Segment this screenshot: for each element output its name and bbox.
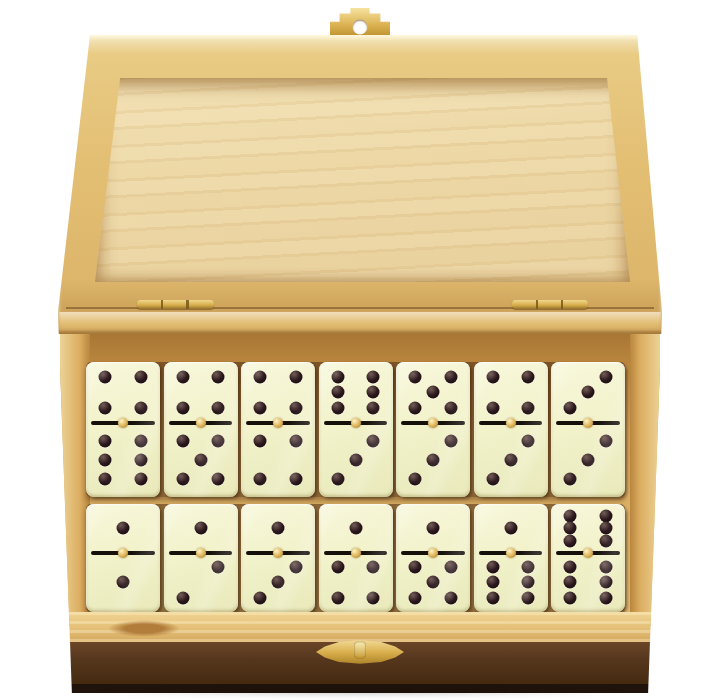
pip-icon (212, 473, 225, 486)
pip-icon (331, 560, 344, 573)
brass-spinner-icon (196, 418, 206, 428)
domino-tile-3-3[interactable] (551, 362, 625, 497)
brass-spinner-icon (428, 548, 438, 558)
domino-tile-1-6[interactable] (474, 504, 548, 612)
brass-spinner-icon (273, 418, 283, 428)
pip-icon (564, 591, 577, 604)
domino-half-4 (319, 553, 393, 612)
pip-icon (522, 434, 535, 447)
pip-icon (134, 402, 147, 415)
pip-icon (564, 509, 577, 522)
pip-icon (331, 402, 344, 415)
pip-icon (367, 370, 380, 383)
domino-half-3 (241, 553, 315, 612)
pip-icon (134, 473, 147, 486)
domino-tile-6-6[interactable] (551, 504, 625, 612)
pip-icon (349, 522, 362, 535)
domino-half-6 (551, 504, 625, 553)
pip-icon (564, 560, 577, 573)
domino-tile-4-3[interactable] (474, 362, 548, 497)
brass-spinner-icon (351, 548, 361, 558)
pip-icon (272, 576, 285, 589)
pip-icon (331, 591, 344, 604)
pip-icon (212, 370, 225, 383)
pip-icon (194, 453, 207, 466)
domino-tile-6-3[interactable] (319, 362, 393, 497)
domino-half-6 (319, 362, 393, 423)
domino-half-3 (551, 423, 625, 497)
pip-icon (582, 386, 595, 399)
pip-icon (427, 386, 440, 399)
pip-icon (564, 402, 577, 415)
brass-spinner-icon (196, 548, 206, 558)
brass-spinner-icon (428, 418, 438, 428)
domino-row-1 (86, 362, 625, 497)
brass-spinner-icon (351, 418, 361, 428)
pip-icon (99, 453, 112, 466)
domino-half-2 (164, 553, 238, 612)
pip-icon (486, 402, 499, 415)
pip-icon (486, 591, 499, 604)
pip-icon (367, 386, 380, 399)
pip-icon (176, 402, 189, 415)
pip-icon (427, 522, 440, 535)
pip-icon (522, 560, 535, 573)
pip-icon (289, 402, 302, 415)
domino-tile-4-6[interactable] (86, 362, 160, 497)
domino-half-4 (164, 362, 238, 423)
pip-icon (427, 576, 440, 589)
pip-icon (486, 560, 499, 573)
pip-icon (134, 370, 147, 383)
box-base (58, 312, 662, 693)
domino-half-5 (396, 553, 470, 612)
pip-icon (564, 534, 577, 547)
pip-icon (134, 453, 147, 466)
pip-icon (254, 473, 267, 486)
pip-icon (444, 402, 457, 415)
pip-icon (254, 591, 267, 604)
domino-half-1 (86, 553, 160, 612)
pip-icon (367, 402, 380, 415)
pip-icon (254, 370, 267, 383)
domino-half-3 (551, 362, 625, 423)
pip-icon (134, 434, 147, 447)
pip-icon (176, 591, 189, 604)
domino-half-3 (474, 423, 548, 497)
lid-inner-panel (95, 78, 630, 282)
pip-icon (486, 370, 499, 383)
pip-icon (409, 473, 422, 486)
brass-hinge-left (137, 300, 214, 309)
brass-spinner-icon (583, 548, 593, 558)
domino-half-1 (164, 504, 238, 553)
pip-icon (254, 434, 267, 447)
domino-half-5 (396, 362, 470, 423)
pip-icon (599, 509, 612, 522)
pip-icon (522, 370, 535, 383)
pip-icon (194, 522, 207, 535)
pip-icon (599, 576, 612, 589)
brass-spinner-icon (583, 418, 593, 428)
domino-tile-1-5[interactable] (396, 504, 470, 612)
pip-icon (99, 370, 112, 383)
pip-icon (444, 434, 457, 447)
pip-icon (599, 434, 612, 447)
domino-half-6 (474, 553, 548, 612)
ground-shadow (90, 687, 630, 697)
pip-icon (331, 386, 344, 399)
brass-spinner-icon (118, 548, 128, 558)
pip-icon (176, 473, 189, 486)
pip-icon (444, 560, 457, 573)
pip-icon (599, 534, 612, 547)
pip-icon (349, 453, 362, 466)
pip-icon (331, 370, 344, 383)
pip-icon (254, 402, 267, 415)
pip-icon (599, 591, 612, 604)
domino-half-1 (396, 504, 470, 553)
pip-icon (176, 434, 189, 447)
domino-half-6 (86, 423, 160, 497)
pip-icon (212, 402, 225, 415)
pip-icon (289, 560, 302, 573)
catch-knob (354, 641, 366, 658)
box-lid (58, 35, 662, 312)
domino-box-photo (0, 0, 714, 700)
domino-tile-1-4[interactable] (319, 504, 393, 612)
pip-icon (117, 576, 130, 589)
pip-icon (599, 560, 612, 573)
pip-icon (564, 522, 577, 535)
pip-icon (599, 522, 612, 535)
pip-icon (367, 591, 380, 604)
pip-icon (409, 402, 422, 415)
pip-icon (486, 576, 499, 589)
brass-spinner-icon (506, 548, 516, 558)
pip-icon (444, 370, 457, 383)
domino-half-4 (241, 423, 315, 497)
pip-icon (522, 402, 535, 415)
pip-icon (289, 473, 302, 486)
pip-icon (486, 473, 499, 486)
pip-icon (212, 434, 225, 447)
pip-icon (367, 434, 380, 447)
pip-icon (212, 560, 225, 573)
domino-half-4 (86, 362, 160, 423)
brass-spinner-icon (506, 418, 516, 428)
domino-half-1 (86, 504, 160, 553)
pip-icon (409, 370, 422, 383)
brass-hinge-right (512, 300, 588, 309)
domino-tile-1-3[interactable] (241, 504, 315, 612)
pip-icon (99, 473, 112, 486)
domino-half-1 (319, 504, 393, 553)
pip-icon (117, 522, 130, 535)
inner-wall-right (630, 334, 660, 626)
domino-tile-4-4[interactable] (241, 362, 315, 497)
domino-tile-5-3[interactable] (396, 362, 470, 497)
domino-half-5 (164, 423, 238, 497)
domino-half-4 (474, 362, 548, 423)
brass-spinner-icon (273, 548, 283, 558)
domino-half-4 (241, 362, 315, 423)
pip-icon (504, 522, 517, 535)
domino-tile-1-1[interactable] (86, 504, 160, 612)
pip-icon (444, 591, 457, 604)
brass-catch (316, 638, 404, 666)
domino-row-2 (86, 504, 625, 612)
pip-icon (289, 434, 302, 447)
pip-icon (367, 560, 380, 573)
pip-icon (99, 434, 112, 447)
domino-tile-4-5[interactable] (164, 362, 238, 497)
pip-icon (522, 576, 535, 589)
pip-icon (331, 473, 344, 486)
brass-spinner-icon (118, 418, 128, 428)
domino-tile-1-2[interactable] (164, 504, 238, 612)
pip-icon (504, 453, 517, 466)
pip-icon (564, 473, 577, 486)
pip-icon (272, 522, 285, 535)
domino-half-1 (241, 504, 315, 553)
pip-icon (289, 370, 302, 383)
pip-icon (522, 591, 535, 604)
domino-half-1 (474, 504, 548, 553)
domino-half-6 (551, 553, 625, 612)
pip-icon (427, 453, 440, 466)
pip-icon (409, 560, 422, 573)
domino-half-3 (319, 423, 393, 497)
pip-icon (409, 591, 422, 604)
domino-half-3 (396, 423, 470, 497)
pip-icon (599, 370, 612, 383)
pip-icon (176, 370, 189, 383)
back-rim (58, 312, 662, 334)
pip-icon (99, 402, 112, 415)
pip-icon (582, 453, 595, 466)
pip-icon (564, 576, 577, 589)
